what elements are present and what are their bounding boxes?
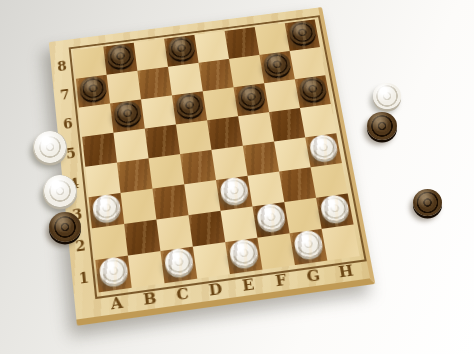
square-a6[interactable] [79, 103, 114, 136]
dark-piece-d6[interactable] [174, 92, 203, 119]
square-d1[interactable] [193, 242, 230, 279]
square-b6[interactable] [110, 99, 145, 132]
square-e4[interactable] [211, 146, 247, 180]
file-label-c: C [171, 285, 194, 304]
file-label-b: B [138, 289, 161, 308]
square-h8[interactable] [285, 19, 320, 51]
square-e6[interactable] [203, 87, 238, 120]
square-d5[interactable] [176, 120, 212, 154]
off-board-dark-piece-2[interactable] [367, 112, 397, 140]
square-a8[interactable] [73, 47, 107, 79]
square-d4[interactable] [180, 150, 216, 184]
square-g7[interactable] [259, 51, 294, 83]
square-c7[interactable] [137, 67, 172, 100]
square-a7[interactable] [76, 75, 110, 108]
file-label-a: A [106, 294, 129, 313]
white-piece-f2[interactable] [255, 202, 286, 231]
tabletop-scene: 87654321 ABCDEFGH [0, 0, 474, 354]
square-f6[interactable] [234, 83, 270, 116]
square-c6[interactable] [141, 95, 176, 128]
square-f3[interactable] [248, 172, 285, 207]
square-d6[interactable] [172, 91, 207, 124]
file-label-f: F [269, 271, 292, 290]
off-board-white-piece-3[interactable] [373, 83, 401, 109]
square-h7[interactable] [290, 47, 326, 79]
white-piece-e3[interactable] [218, 176, 249, 205]
square-h3[interactable] [311, 163, 348, 198]
white-piece-g1[interactable] [292, 229, 324, 259]
white-piece-e1[interactable] [228, 238, 259, 268]
off-board-dark-piece-3[interactable] [413, 189, 442, 216]
square-f2[interactable] [252, 202, 289, 238]
square-b2[interactable] [124, 220, 160, 256]
square-e3[interactable] [216, 176, 252, 211]
dark-piece-b8[interactable] [106, 43, 135, 69]
file-label-g: G [302, 266, 325, 285]
square-e2[interactable] [221, 206, 258, 242]
square-a3[interactable] [89, 193, 125, 228]
square-a4[interactable] [85, 163, 120, 198]
square-d7[interactable] [168, 63, 203, 96]
square-e5[interactable] [207, 116, 243, 150]
square-h2[interactable] [316, 193, 354, 228]
square-g3[interactable] [279, 167, 316, 202]
square-f4[interactable] [243, 142, 279, 176]
square-d8[interactable] [164, 35, 198, 67]
off-board-white-piece-2[interactable] [43, 175, 77, 207]
square-e8[interactable] [194, 31, 229, 63]
file-label-d: D [204, 280, 227, 299]
rank-label-2: 2 [72, 238, 90, 254]
square-e7[interactable] [199, 59, 234, 91]
square-h4[interactable] [305, 133, 342, 167]
square-b3[interactable] [121, 189, 157, 224]
dark-piece-f6[interactable] [236, 84, 266, 111]
square-c8[interactable] [134, 39, 168, 71]
rank-label-6: 6 [59, 116, 76, 131]
white-piece-h2[interactable] [319, 194, 350, 223]
square-b5[interactable] [113, 129, 148, 163]
square-a5[interactable] [82, 133, 117, 167]
square-a1[interactable] [95, 256, 131, 293]
square-d2[interactable] [188, 211, 225, 247]
rank-label-7: 7 [56, 87, 73, 102]
square-h1[interactable] [322, 224, 360, 260]
square-g8[interactable] [255, 23, 290, 55]
white-piece-h4[interactable] [308, 134, 339, 162]
white-piece-a1[interactable] [98, 256, 129, 286]
square-g5[interactable] [269, 108, 305, 142]
white-piece-a3[interactable] [91, 193, 121, 222]
square-e1[interactable] [225, 238, 262, 274]
file-label-h: H [334, 262, 357, 281]
file-label-e: E [237, 275, 260, 294]
square-f7[interactable] [229, 55, 264, 87]
square-h5[interactable] [300, 104, 336, 137]
board-wrap: 87654321 ABCDEFGH [49, 7, 376, 326]
square-c5[interactable] [145, 124, 180, 158]
square-h6[interactable] [295, 75, 331, 108]
dark-piece-a7[interactable] [78, 75, 107, 102]
board-grid [73, 19, 360, 292]
square-g4[interactable] [274, 137, 311, 171]
square-c2[interactable] [156, 215, 192, 251]
dark-piece-d8[interactable] [166, 35, 195, 61]
dark-piece-b6[interactable] [112, 100, 141, 127]
square-b8[interactable] [103, 43, 137, 75]
checkers-board: 87654321 ABCDEFGH [49, 7, 376, 326]
square-f5[interactable] [238, 112, 274, 146]
dark-piece-h8[interactable] [287, 20, 317, 46]
square-c4[interactable] [149, 154, 185, 189]
square-b4[interactable] [117, 158, 152, 193]
square-d3[interactable] [184, 180, 220, 215]
square-f1[interactable] [257, 233, 295, 269]
white-piece-c1[interactable] [163, 247, 194, 277]
square-g6[interactable] [264, 79, 300, 112]
square-a2[interactable] [92, 224, 128, 260]
dark-piece-g7[interactable] [262, 51, 292, 77]
off-board-white-piece-1[interactable] [33, 131, 67, 163]
square-c3[interactable] [152, 184, 188, 219]
square-f8[interactable] [225, 27, 260, 59]
off-board-dark-piece-1[interactable] [49, 212, 81, 242]
dark-piece-h6[interactable] [297, 76, 327, 103]
square-b7[interactable] [107, 71, 141, 104]
rank-label-1: 1 [75, 270, 93, 286]
square-b1[interactable] [128, 251, 165, 288]
square-c1[interactable] [160, 247, 197, 284]
rank-label-8: 8 [54, 59, 71, 73]
